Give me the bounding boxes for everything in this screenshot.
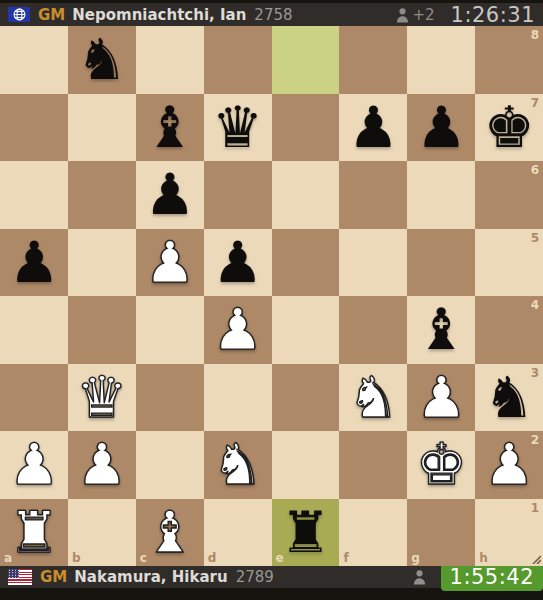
square-d6[interactable] xyxy=(204,161,272,229)
square-g4[interactable]: ♝ xyxy=(407,296,475,364)
piece-white-queen[interactable]: ♛ xyxy=(76,369,127,426)
board-resize-handle[interactable] xyxy=(529,552,541,564)
square-e7[interactable] xyxy=(272,94,340,162)
top-player-title: GM xyxy=(38,6,65,24)
piece-black-pawn[interactable]: ♟ xyxy=(348,99,399,156)
square-e5[interactable] xyxy=(272,229,340,297)
top-clock: 1:26:31 xyxy=(451,3,535,27)
square-f6[interactable] xyxy=(339,161,407,229)
piece-white-pawn[interactable]: ♟ xyxy=(8,436,59,493)
globe-icon xyxy=(13,8,26,21)
square-g2[interactable]: ♚ xyxy=(407,431,475,499)
square-a3[interactable] xyxy=(0,364,68,432)
square-d8[interactable] xyxy=(204,26,272,94)
piece-white-knight[interactable]: ♞ xyxy=(348,369,399,426)
spectators-count: +2 xyxy=(412,6,434,24)
square-b3[interactable]: ♛ xyxy=(68,364,136,432)
piece-white-bishop[interactable]: ♝ xyxy=(144,504,195,561)
bottom-clock: 1:55:42 xyxy=(441,564,543,591)
square-d5[interactable]: ♟ xyxy=(204,229,272,297)
file-label-g: g xyxy=(411,552,420,564)
square-c6[interactable]: ♟ xyxy=(136,161,204,229)
piece-black-bishop[interactable]: ♝ xyxy=(144,99,195,156)
piece-black-bishop[interactable]: ♝ xyxy=(416,301,467,358)
square-b7[interactable] xyxy=(68,94,136,162)
file-label-h: h xyxy=(479,552,488,564)
square-e6[interactable] xyxy=(272,161,340,229)
square-d7[interactable]: ♛ xyxy=(204,94,272,162)
rank-label-1: 1 xyxy=(531,502,539,514)
square-e3[interactable] xyxy=(272,364,340,432)
rank-label-5: 5 xyxy=(531,232,539,244)
square-a4[interactable] xyxy=(0,296,68,364)
square-e2[interactable] xyxy=(272,431,340,499)
square-b1[interactable]: b xyxy=(68,499,136,567)
square-e4[interactable] xyxy=(272,296,340,364)
piece-black-pawn[interactable]: ♟ xyxy=(8,234,59,291)
square-g5[interactable] xyxy=(407,229,475,297)
square-b4[interactable] xyxy=(68,296,136,364)
piece-black-pawn[interactable]: ♟ xyxy=(416,99,467,156)
square-h2[interactable]: 2♟ xyxy=(475,431,543,499)
piece-white-knight[interactable]: ♞ xyxy=(212,436,263,493)
square-g7[interactable]: ♟ xyxy=(407,94,475,162)
square-a6[interactable] xyxy=(0,161,68,229)
square-b6[interactable] xyxy=(68,161,136,229)
bottom-player-rating: 2789 xyxy=(236,568,274,586)
square-f7[interactable]: ♟ xyxy=(339,94,407,162)
chess-board[interactable]: ♞8♝♛♟♟7♚♟6♟♟♟5♟♝4♛♞♟3♞♟♟♞♚2♟a♜bc♝de♜fg1h xyxy=(0,26,543,566)
square-f8[interactable] xyxy=(339,26,407,94)
square-h8[interactable]: 8 xyxy=(475,26,543,94)
square-f4[interactable] xyxy=(339,296,407,364)
square-c4[interactable] xyxy=(136,296,204,364)
square-h4[interactable]: 4 xyxy=(475,296,543,364)
piece-white-king[interactable]: ♚ xyxy=(416,436,467,493)
bottom-player-bar: GM Nakamura, Hikaru 2789 1:55:42 xyxy=(0,566,543,593)
square-c1[interactable]: c♝ xyxy=(136,499,204,567)
piece-white-pawn[interactable]: ♟ xyxy=(212,301,263,358)
square-h5[interactable]: 5 xyxy=(475,229,543,297)
spectators-icon xyxy=(395,7,410,23)
piece-white-pawn[interactable]: ♟ xyxy=(144,234,195,291)
us-flag-icon xyxy=(8,569,32,585)
square-d4[interactable]: ♟ xyxy=(204,296,272,364)
square-b8[interactable]: ♞ xyxy=(68,26,136,94)
square-a7[interactable] xyxy=(0,94,68,162)
square-c7[interactable]: ♝ xyxy=(136,94,204,162)
square-h1[interactable]: 1h xyxy=(475,499,543,567)
square-g6[interactable] xyxy=(407,161,475,229)
square-f3[interactable]: ♞ xyxy=(339,364,407,432)
piece-white-pawn[interactable]: ♟ xyxy=(416,369,467,426)
rank-label-8: 8 xyxy=(531,29,539,41)
square-g1[interactable]: g xyxy=(407,499,475,567)
piece-black-king[interactable]: ♚ xyxy=(484,99,535,156)
square-d3[interactable] xyxy=(204,364,272,432)
square-c2[interactable] xyxy=(136,431,204,499)
square-b5[interactable] xyxy=(68,229,136,297)
fide-flag-icon xyxy=(8,7,30,22)
top-player-bar: GM Nepomniachtchi, Ian 2758 +2 1:26:31 xyxy=(0,0,543,26)
bottom-player-name[interactable]: Nakamura, Hikaru xyxy=(74,568,227,586)
square-c8[interactable] xyxy=(136,26,204,94)
piece-black-pawn[interactable]: ♟ xyxy=(212,234,263,291)
piece-black-rook[interactable]: ♜ xyxy=(280,504,331,561)
square-e1[interactable]: e♜ xyxy=(272,499,340,567)
player-presence-icon xyxy=(412,569,427,585)
square-f2[interactable] xyxy=(339,431,407,499)
square-h3[interactable]: 3♞ xyxy=(475,364,543,432)
bottom-player-title: GM xyxy=(40,568,67,586)
square-a1[interactable]: a♜ xyxy=(0,499,68,567)
piece-black-pawn[interactable]: ♟ xyxy=(144,166,195,223)
piece-white-pawn[interactable]: ♟ xyxy=(76,436,127,493)
square-c3[interactable] xyxy=(136,364,204,432)
square-g8[interactable] xyxy=(407,26,475,94)
rank-label-6: 6 xyxy=(531,164,539,176)
rank-label-4: 4 xyxy=(531,299,539,311)
file-label-f: f xyxy=(343,552,348,564)
top-player-name[interactable]: Nepomniachtchi, Ian xyxy=(72,6,246,24)
piece-black-knight[interactable]: ♞ xyxy=(484,369,535,426)
square-d2[interactable]: ♞ xyxy=(204,431,272,499)
square-f5[interactable] xyxy=(339,229,407,297)
square-h7[interactable]: 7♚ xyxy=(475,94,543,162)
square-h6[interactable]: 6 xyxy=(475,161,543,229)
piece-black-queen[interactable]: ♛ xyxy=(212,99,263,156)
file-label-d: d xyxy=(208,552,217,564)
piece-black-knight[interactable]: ♞ xyxy=(76,31,127,88)
square-a8[interactable] xyxy=(0,26,68,94)
square-a2[interactable]: ♟ xyxy=(0,431,68,499)
top-player-rating: 2758 xyxy=(254,6,292,24)
square-e8[interactable] xyxy=(272,26,340,94)
square-f1[interactable]: f xyxy=(339,499,407,567)
square-d1[interactable]: d xyxy=(204,499,272,567)
file-label-b: b xyxy=(72,552,81,564)
piece-white-rook[interactable]: ♜ xyxy=(8,504,59,561)
piece-white-pawn[interactable]: ♟ xyxy=(484,436,535,493)
square-g3[interactable]: ♟ xyxy=(407,364,475,432)
square-b2[interactable]: ♟ xyxy=(68,431,136,499)
square-a5[interactable]: ♟ xyxy=(0,229,68,297)
square-c5[interactable]: ♟ xyxy=(136,229,204,297)
